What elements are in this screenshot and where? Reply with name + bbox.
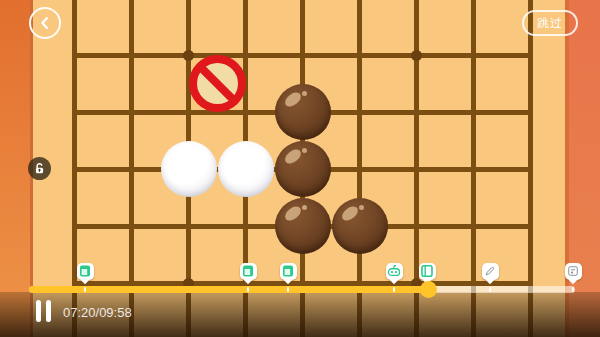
stone-highlight	[339, 204, 360, 224]
board-grid-line-horizontal	[72, 281, 533, 286]
stone-highlight-dot	[302, 205, 307, 210]
skip-button[interactable]: 跳过	[522, 10, 578, 36]
stone-highlight	[282, 204, 303, 224]
timeline-tick	[84, 287, 86, 292]
brown-stone	[332, 198, 388, 254]
stone-highlight-dot	[188, 147, 193, 152]
timeline-marker-clipboard[interactable]	[565, 263, 582, 280]
table-strip-left	[0, 0, 30, 337]
stone-highlight	[224, 145, 246, 166]
timeline-marker-pencil[interactable]	[482, 263, 499, 280]
white-stone	[161, 141, 217, 197]
stone-highlight-dot	[302, 91, 307, 96]
time-display: 07:20/09:58	[63, 305, 132, 320]
pause-bar-left	[36, 300, 41, 322]
chevron-left-icon	[36, 14, 54, 32]
timeline-marker-book[interactable]	[77, 263, 94, 280]
board-grid-line-horizontal	[72, 53, 533, 58]
screen-lock-button[interactable]	[28, 157, 51, 180]
timeline-marker-book[interactable]	[240, 263, 257, 280]
skip-button-label: 跳过	[537, 15, 563, 32]
pause-bar-right	[46, 300, 51, 322]
progress-fill	[29, 286, 428, 293]
white-stone	[218, 141, 274, 197]
stone-highlight-dot	[302, 148, 307, 153]
timeline-tick	[393, 287, 395, 292]
forbidden-slash	[198, 65, 235, 102]
pause-button[interactable]	[36, 300, 51, 322]
stone-highlight	[167, 145, 189, 166]
timeline-tick	[572, 287, 574, 292]
brown-stone	[275, 198, 331, 254]
stone-highlight-dot	[245, 147, 250, 152]
brown-stone	[275, 141, 331, 197]
playhead-handle[interactable]	[420, 281, 437, 298]
star-point	[411, 50, 422, 61]
timeline-marker-book-outline[interactable]	[419, 263, 436, 280]
timeline-tick	[247, 287, 249, 292]
timeline-tick	[287, 287, 289, 292]
timeline-marker-book[interactable]	[280, 263, 297, 280]
back-button[interactable]	[29, 7, 61, 39]
unlock-icon	[32, 161, 47, 176]
timeline-marker-robot[interactable]	[386, 263, 403, 280]
star-point	[183, 50, 194, 61]
stone-highlight	[282, 147, 303, 167]
timeline-tick	[489, 287, 491, 292]
brown-stone	[275, 84, 331, 140]
stone-highlight-dot	[359, 205, 364, 210]
stone-highlight	[282, 90, 303, 110]
go-lesson-player: 跳过 07:20/09:58	[0, 0, 600, 337]
forbidden-move-icon	[189, 55, 246, 112]
